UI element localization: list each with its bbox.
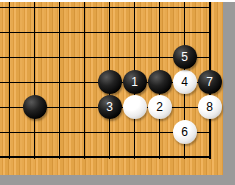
go-stone-white-move-4[interactable]: 4	[173, 70, 197, 94]
board-bottom-edge-line	[0, 156, 211, 158]
go-stone-black[interactable]	[23, 95, 47, 119]
go-stone-white-move-6[interactable]: 6	[173, 120, 197, 144]
stone-number-label: 5	[181, 51, 188, 63]
grid-line-horizontal	[0, 32, 211, 33]
go-stone-white[interactable]	[123, 95, 147, 119]
go-stone-black-move-7[interactable]: 7	[198, 70, 222, 94]
go-board[interactable]: 14732856	[0, 2, 223, 175]
go-stone-black[interactable]	[148, 70, 172, 94]
stone-number-label: 8	[206, 101, 213, 113]
go-stone-white-move-8[interactable]: 8	[198, 95, 222, 119]
grid-line-vertical	[34, 2, 35, 159]
stone-number-label: 2	[156, 101, 163, 113]
grid-line-vertical	[59, 2, 60, 159]
stone-number-label: 1	[131, 76, 138, 88]
go-stone-black-move-1[interactable]: 1	[123, 70, 147, 94]
grid-line-vertical	[84, 2, 85, 159]
go-stone-black-move-5[interactable]: 5	[173, 45, 197, 69]
go-diagram-screenshot: 14732856	[0, 0, 235, 185]
stone-number-label: 6	[181, 126, 188, 138]
stone-number-label: 4	[181, 76, 188, 88]
window-top-strip	[0, 0, 235, 2]
stone-number-label: 7	[206, 76, 213, 88]
stone-number-label: 3	[106, 101, 113, 113]
go-stone-black[interactable]	[98, 70, 122, 94]
go-stone-white-move-2[interactable]: 2	[148, 95, 172, 119]
grid-line-horizontal	[0, 7, 211, 8]
go-stone-black-move-3[interactable]: 3	[98, 95, 122, 119]
grid-line-vertical	[9, 2, 10, 159]
